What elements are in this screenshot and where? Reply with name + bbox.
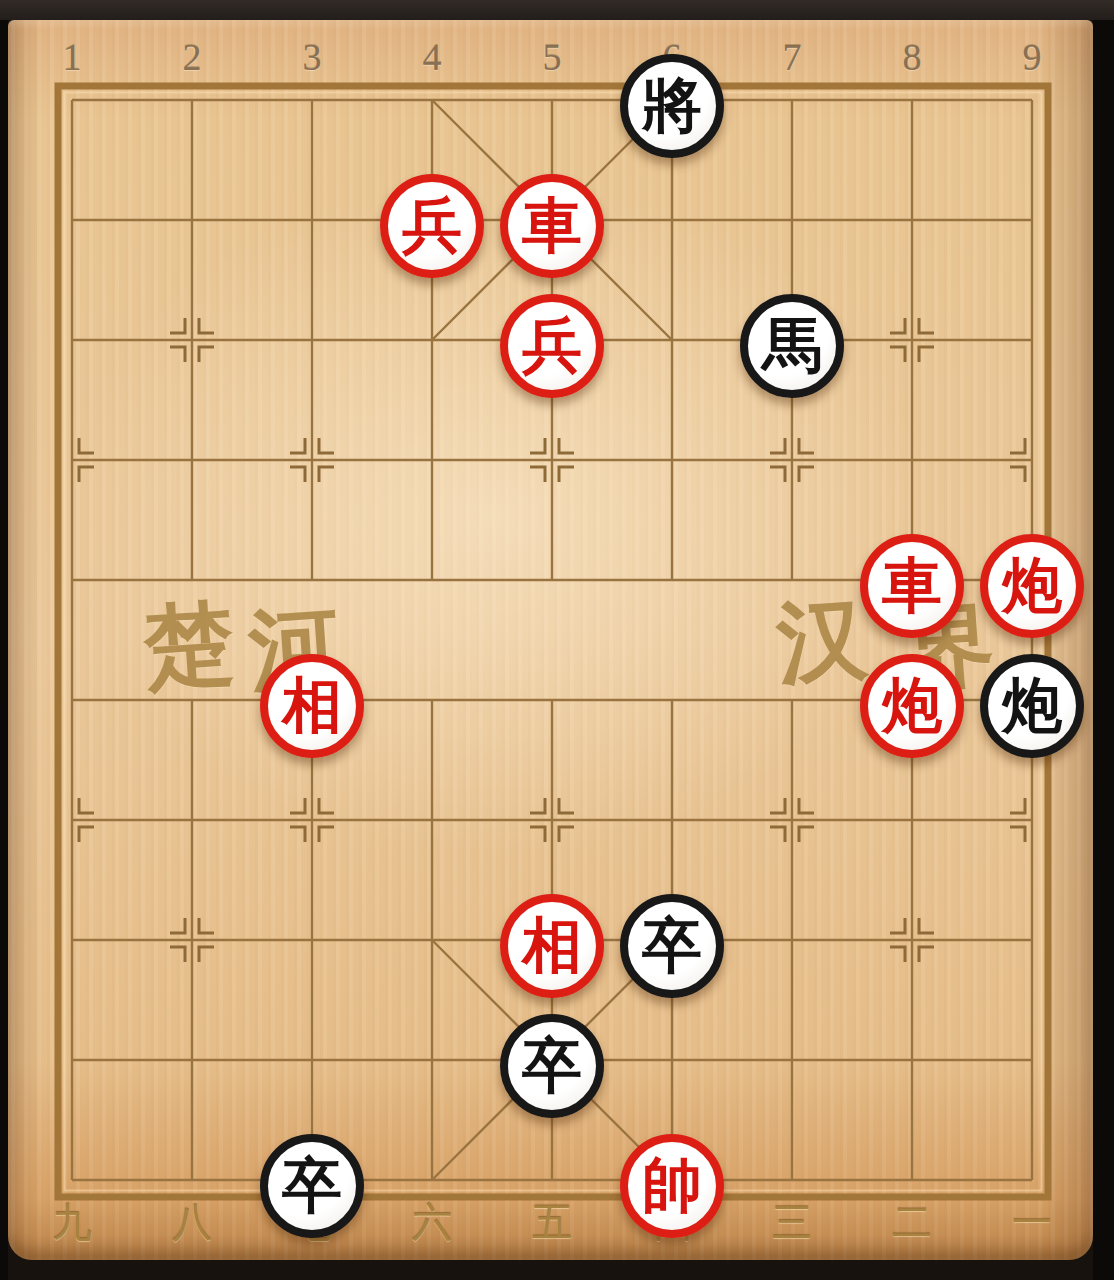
piece-glyph: 車 [882,555,942,615]
piece-glyph: 相 [282,675,342,735]
piece-red-elephant-a[interactable]: 相 [260,654,364,758]
piece-black-horse[interactable]: 馬 [740,294,844,398]
piece-black-cannon[interactable]: 炮 [980,654,1084,758]
piece-glyph: 炮 [1002,675,1062,735]
piece-black-pawn-c[interactable]: 卒 [260,1134,364,1238]
piece-glyph: 炮 [882,675,942,735]
piece-glyph: 卒 [522,1035,582,1095]
piece-glyph: 馬 [762,315,822,375]
piece-glyph: 兵 [402,195,462,255]
piece-glyph: 車 [522,195,582,255]
piece-glyph: 兵 [522,315,582,375]
piece-red-pawn-b[interactable]: 兵 [500,294,604,398]
piece-red-pawn-a[interactable]: 兵 [380,174,484,278]
piece-glyph: 將 [642,75,702,135]
screenshot-root: 楚河汉界 123456789九八七六五四三二一 將兵車兵馬車炮相炮炮相卒卒卒帥 [0,0,1114,1280]
piece-glyph: 帥 [642,1155,702,1215]
piece-black-pawn-a[interactable]: 卒 [620,894,724,998]
piece-glyph: 炮 [1002,555,1062,615]
piece-red-cannon-a[interactable]: 炮 [980,534,1084,638]
piece-glyph: 相 [522,915,582,975]
piece-red-chariot-a[interactable]: 車 [500,174,604,278]
piece-black-pawn-b[interactable]: 卒 [500,1014,604,1118]
pieces-layer: 將兵車兵馬車炮相炮炮相卒卒卒帥 [0,0,1114,1280]
piece-red-cannon-b[interactable]: 炮 [860,654,964,758]
piece-glyph: 卒 [642,915,702,975]
piece-red-general[interactable]: 帥 [620,1134,724,1238]
piece-glyph: 卒 [282,1155,342,1215]
piece-black-general[interactable]: 將 [620,54,724,158]
piece-red-chariot-b[interactable]: 車 [860,534,964,638]
piece-red-elephant-b[interactable]: 相 [500,894,604,998]
